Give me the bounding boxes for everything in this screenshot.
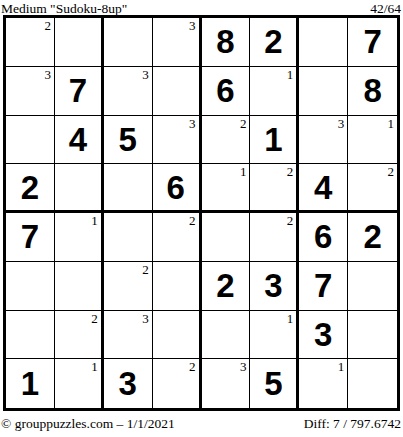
- cell-r3c4[interactable]: 3: [153, 116, 202, 165]
- cell-r3c6: 1: [250, 116, 299, 165]
- cell-r6c2[interactable]: [55, 262, 104, 311]
- puzzle-title: Medium "Sudoku-8up": [1, 2, 127, 15]
- big-digit: 8: [363, 74, 381, 107]
- cell-r4c8[interactable]: 2: [348, 164, 397, 213]
- big-digit: 2: [21, 171, 39, 204]
- big-digit: 2: [264, 25, 282, 58]
- pencil-mark: 2: [189, 213, 196, 228]
- pencil-mark: 1: [91, 213, 98, 228]
- cell-r7c1[interactable]: [6, 311, 55, 360]
- pencil-mark: 2: [388, 164, 395, 179]
- big-digit: 3: [119, 367, 137, 400]
- cell-r8c8[interactable]: [348, 359, 397, 408]
- pencil-mark: 3: [338, 116, 345, 131]
- pencil-mark: 3: [142, 311, 149, 326]
- cell-r2c3[interactable]: 3: [104, 67, 153, 116]
- cell-r8c1: 1: [6, 359, 55, 408]
- pencil-mark: 3: [189, 18, 196, 33]
- cell-r2c1[interactable]: 3: [6, 67, 55, 116]
- big-digit: 7: [314, 269, 332, 302]
- cell-r8c4[interactable]: 2: [153, 359, 202, 408]
- cell-r1c6: 2: [250, 18, 299, 67]
- big-digit: 4: [69, 123, 87, 156]
- cell-r5c6[interactable]: 2: [250, 213, 299, 262]
- cell-r5c7: 6: [299, 213, 348, 262]
- big-digit: 6: [166, 171, 184, 204]
- big-digit: 3: [264, 269, 282, 302]
- cell-r1c3[interactable]: [104, 18, 153, 67]
- pencil-mark: 2: [240, 116, 247, 131]
- progress-counter: 42/64: [370, 2, 401, 15]
- cell-r4c6[interactable]: 2: [250, 164, 299, 213]
- cell-r7c3[interactable]: 3: [104, 311, 153, 360]
- pencil-mark: 3: [240, 359, 247, 374]
- cell-r3c5[interactable]: 2: [202, 116, 251, 165]
- pencil-mark: 2: [44, 18, 51, 33]
- big-digit: 4: [314, 171, 332, 204]
- big-digit: 6: [216, 74, 234, 107]
- cell-r6c5: 2: [202, 262, 251, 311]
- cell-r4c7: 4: [299, 164, 348, 213]
- cell-r2c8: 8: [348, 67, 397, 116]
- cell-r7c8[interactable]: [348, 311, 397, 360]
- cell-r4c2[interactable]: [55, 164, 104, 213]
- cell-r1c2[interactable]: [55, 18, 104, 67]
- big-digit: 8: [216, 25, 234, 58]
- big-digit: 2: [216, 269, 234, 302]
- cell-r3c8[interactable]: 1: [348, 116, 397, 165]
- copyright-text: © grouppuzzles.com – 1/1/2021: [1, 417, 175, 431]
- pencil-mark: 1: [388, 116, 395, 131]
- cell-r3c2: 4: [55, 116, 104, 165]
- big-digit: 7: [21, 220, 39, 253]
- pencil-mark: 1: [338, 359, 345, 374]
- board: 2382737361845321312612427122622237231311…: [3, 15, 400, 411]
- cell-r6c1[interactable]: [6, 262, 55, 311]
- big-digit: 7: [363, 25, 381, 58]
- header: Medium "Sudoku-8up" 42/64: [0, 0, 403, 15]
- pencil-mark: 1: [91, 359, 98, 374]
- footer: © grouppuzzles.com – 1/1/2021 Diff: 7 / …: [0, 411, 403, 431]
- cell-r2c2: 7: [55, 67, 104, 116]
- big-digit: 7: [69, 74, 87, 107]
- cell-r8c6: 5: [250, 359, 299, 408]
- cell-r4c1: 2: [6, 164, 55, 213]
- page: Medium "Sudoku-8up" 42/64 23827373618453…: [0, 0, 403, 437]
- pencil-mark: 2: [91, 311, 98, 326]
- pencil-mark: 3: [44, 67, 51, 82]
- cell-r7c4[interactable]: [153, 311, 202, 360]
- big-digit: 5: [119, 123, 137, 156]
- pencil-mark: 2: [287, 164, 294, 179]
- cell-r3c3: 5: [104, 116, 153, 165]
- cell-r8c5[interactable]: 3: [202, 359, 251, 408]
- pencil-mark: 2: [287, 213, 294, 228]
- cell-r1c4[interactable]: 3: [153, 18, 202, 67]
- pencil-mark: 2: [142, 262, 149, 277]
- cell-r8c7[interactable]: 1: [299, 359, 348, 408]
- big-digit: 2: [363, 220, 381, 253]
- cell-r2c5: 6: [202, 67, 251, 116]
- cell-r5c3[interactable]: [104, 213, 153, 262]
- cell-r8c2[interactable]: 1: [55, 359, 104, 408]
- cell-r4c3[interactable]: [104, 164, 153, 213]
- cell-r5c4[interactable]: 2: [153, 213, 202, 262]
- cell-r5c5[interactable]: [202, 213, 251, 262]
- difficulty-text: Diff: 7 / 797.6742: [304, 417, 401, 431]
- cell-r5c8: 2: [348, 213, 397, 262]
- cell-r3c7[interactable]: 3: [299, 116, 348, 165]
- cell-r1c5: 8: [202, 18, 251, 67]
- cell-r7c7: 3: [299, 311, 348, 360]
- cell-r6c4[interactable]: [153, 262, 202, 311]
- cell-r1c7[interactable]: [299, 18, 348, 67]
- cell-r6c7: 7: [299, 262, 348, 311]
- cell-r6c8[interactable]: [348, 262, 397, 311]
- pencil-mark: 1: [287, 311, 294, 326]
- cell-r6c3[interactable]: 2: [104, 262, 153, 311]
- pencil-mark: 3: [142, 67, 149, 82]
- cell-r1c1[interactable]: 2: [6, 18, 55, 67]
- big-digit: 1: [21, 367, 39, 400]
- cell-r4c5[interactable]: 1: [202, 164, 251, 213]
- pencil-mark: 3: [189, 116, 196, 131]
- cell-r3c1[interactable]: [6, 116, 55, 165]
- pencil-mark: 1: [287, 67, 294, 82]
- cell-r2c4[interactable]: [153, 67, 202, 116]
- cell-r5c1: 7: [6, 213, 55, 262]
- cell-r6c6: 3: [250, 262, 299, 311]
- big-digit: 3: [314, 318, 332, 351]
- big-digit: 5: [264, 367, 282, 400]
- cell-r2c6[interactable]: 1: [250, 67, 299, 116]
- pencil-mark: 1: [240, 164, 247, 179]
- cell-r7c2[interactable]: 2: [55, 311, 104, 360]
- cell-r8c3: 3: [104, 359, 153, 408]
- big-digit: 1: [264, 123, 282, 156]
- cell-r7c6[interactable]: 1: [250, 311, 299, 360]
- big-digit: 6: [314, 220, 332, 253]
- cell-r2c7[interactable]: [299, 67, 348, 116]
- pencil-mark: 2: [189, 359, 196, 374]
- cell-r4c4: 6: [153, 164, 202, 213]
- cell-r5c2[interactable]: 1: [55, 213, 104, 262]
- cell-r1c8: 7: [348, 18, 397, 67]
- cell-r7c5[interactable]: [202, 311, 251, 360]
